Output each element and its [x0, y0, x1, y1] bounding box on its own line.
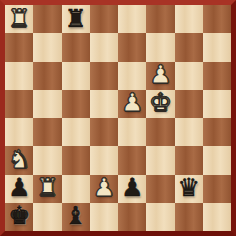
square-a2[interactable]: ♟: [5, 175, 33, 203]
square-e7[interactable]: [118, 33, 146, 61]
square-d2[interactable]: ♟: [90, 175, 118, 203]
square-b1[interactable]: [33, 203, 61, 231]
piece-black-rook[interactable]: ♜: [64, 6, 86, 31]
piece-white-rook[interactable]: ♜: [8, 6, 30, 31]
square-c1[interactable]: ♝: [62, 203, 90, 231]
square-g7[interactable]: [175, 33, 203, 61]
piece-black-queen[interactable]: ♛: [177, 175, 199, 200]
square-e6[interactable]: [118, 62, 146, 90]
square-f1[interactable]: [146, 203, 174, 231]
square-c7[interactable]: [62, 33, 90, 61]
square-a5[interactable]: [5, 90, 33, 118]
square-d6[interactable]: [90, 62, 118, 90]
piece-black-king[interactable]: ♚: [8, 203, 30, 228]
square-h8[interactable]: [203, 5, 231, 33]
piece-white-pawn[interactable]: ♟: [93, 175, 115, 200]
square-f6[interactable]: ♟: [146, 62, 174, 90]
square-f7[interactable]: [146, 33, 174, 61]
piece-black-pawn[interactable]: ♟: [121, 175, 143, 200]
square-b5[interactable]: [33, 90, 61, 118]
square-d5[interactable]: [90, 90, 118, 118]
square-a3[interactable]: ♞: [5, 146, 33, 174]
square-d1[interactable]: [90, 203, 118, 231]
square-h5[interactable]: [203, 90, 231, 118]
square-g1[interactable]: [175, 203, 203, 231]
square-a6[interactable]: [5, 62, 33, 90]
square-e5[interactable]: ♟: [118, 90, 146, 118]
square-c2[interactable]: [62, 175, 90, 203]
square-a4[interactable]: [5, 118, 33, 146]
square-g8[interactable]: [175, 5, 203, 33]
square-d7[interactable]: [90, 33, 118, 61]
square-e3[interactable]: [118, 146, 146, 174]
square-c6[interactable]: [62, 62, 90, 90]
square-g3[interactable]: [175, 146, 203, 174]
square-h7[interactable]: [203, 33, 231, 61]
square-a7[interactable]: [5, 33, 33, 61]
chess-board: ♜♜♟♟♚♞♟♜♟♟♛♚♝: [5, 5, 231, 231]
square-c5[interactable]: [62, 90, 90, 118]
piece-black-pawn[interactable]: ♟: [8, 175, 30, 200]
square-d4[interactable]: [90, 118, 118, 146]
square-h2[interactable]: [203, 175, 231, 203]
square-f2[interactable]: [146, 175, 174, 203]
square-b4[interactable]: [33, 118, 61, 146]
square-c3[interactable]: [62, 146, 90, 174]
square-f3[interactable]: [146, 146, 174, 174]
board-frame: ♜♜♟♟♚♞♟♜♟♟♛♚♝: [0, 0, 236, 236]
piece-white-king[interactable]: ♚: [149, 90, 171, 115]
square-h6[interactable]: [203, 62, 231, 90]
square-g2[interactable]: ♛: [175, 175, 203, 203]
piece-white-pawn[interactable]: ♟: [149, 62, 171, 87]
square-e1[interactable]: [118, 203, 146, 231]
square-a1[interactable]: ♚: [5, 203, 33, 231]
square-f5[interactable]: ♚: [146, 90, 174, 118]
square-f4[interactable]: [146, 118, 174, 146]
square-g4[interactable]: [175, 118, 203, 146]
square-f8[interactable]: [146, 5, 174, 33]
square-e4[interactable]: [118, 118, 146, 146]
piece-white-rook[interactable]: ♜: [36, 175, 58, 200]
piece-white-pawn[interactable]: ♟: [121, 90, 143, 115]
square-c4[interactable]: [62, 118, 90, 146]
square-e2[interactable]: ♟: [118, 175, 146, 203]
square-e8[interactable]: [118, 5, 146, 33]
square-b8[interactable]: [33, 5, 61, 33]
square-b6[interactable]: [33, 62, 61, 90]
square-d8[interactable]: [90, 5, 118, 33]
square-b7[interactable]: [33, 33, 61, 61]
square-h1[interactable]: [203, 203, 231, 231]
square-b2[interactable]: ♜: [33, 175, 61, 203]
square-b3[interactable]: [33, 146, 61, 174]
square-c8[interactable]: ♜: [62, 5, 90, 33]
square-g5[interactable]: [175, 90, 203, 118]
square-a8[interactable]: ♜: [5, 5, 33, 33]
square-h4[interactable]: [203, 118, 231, 146]
square-h3[interactable]: [203, 146, 231, 174]
square-g6[interactable]: [175, 62, 203, 90]
piece-white-knight[interactable]: ♞: [8, 147, 30, 172]
piece-black-bishop[interactable]: ♝: [64, 203, 86, 228]
square-d3[interactable]: [90, 146, 118, 174]
